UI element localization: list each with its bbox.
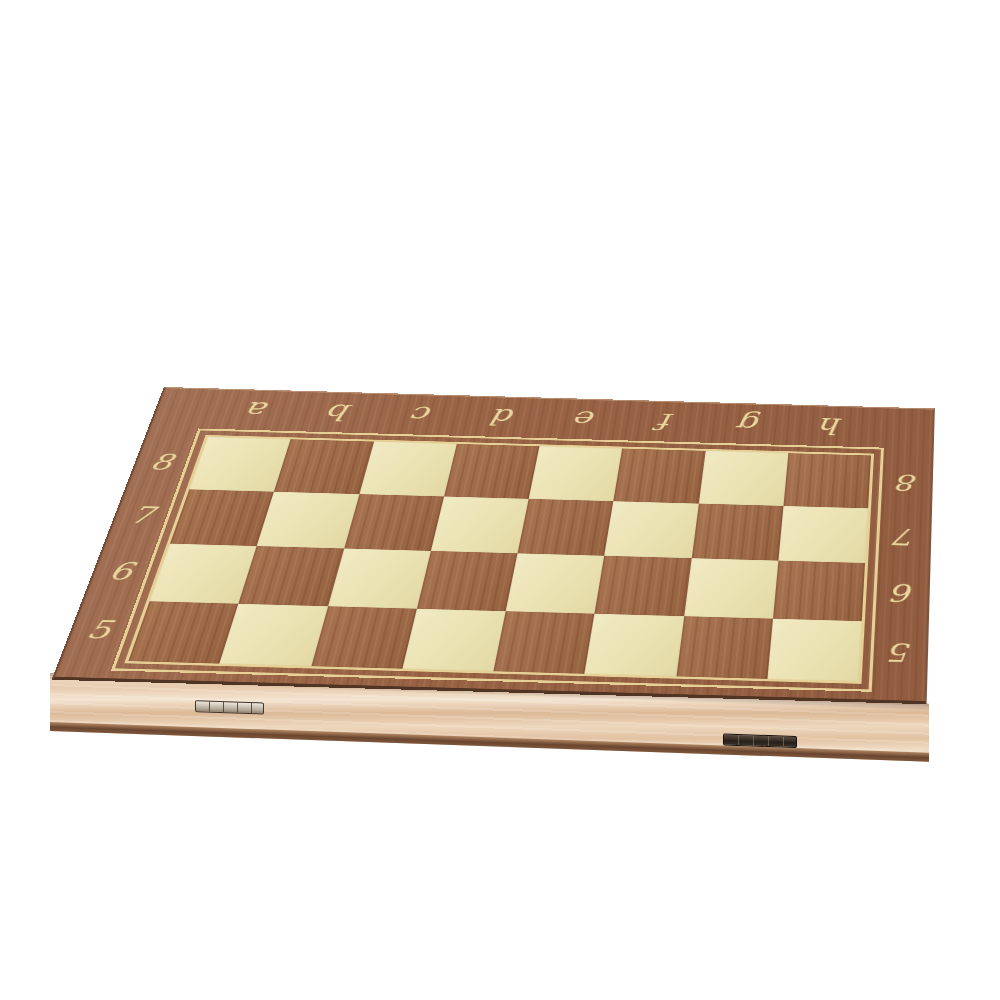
file-label-a: a <box>212 392 305 427</box>
square-f5 <box>585 613 684 676</box>
right-hinge <box>723 734 797 749</box>
file-label-g: g <box>707 406 793 441</box>
file-label-h: h <box>789 408 873 443</box>
file-label-e: e <box>542 401 630 436</box>
board-frame-outer <box>111 428 884 691</box>
square-f7 <box>604 501 698 558</box>
square-b5 <box>220 603 328 666</box>
square-e5 <box>493 611 594 674</box>
product-photo: abcdefgh 8765 8765 <box>0 0 1000 1000</box>
square-g8 <box>698 451 788 506</box>
square-g6 <box>684 558 778 618</box>
square-d8 <box>444 444 540 499</box>
square-b8 <box>274 439 373 494</box>
square-e8 <box>529 446 623 501</box>
board-grid <box>128 437 871 682</box>
square-c8 <box>359 442 456 497</box>
square-h7 <box>778 506 868 563</box>
rank-label-right-5: 5 <box>872 621 931 683</box>
file-label-f: f <box>624 404 711 439</box>
rank-label-right-8: 8 <box>881 456 936 510</box>
chessboard-top-face: abcdefgh 8765 8765 <box>52 387 935 704</box>
square-g5 <box>676 616 773 679</box>
board-frame-inner <box>124 435 874 684</box>
square-b6 <box>239 546 344 606</box>
left-hinge <box>195 700 264 714</box>
square-f8 <box>614 449 706 504</box>
square-d6 <box>417 551 518 611</box>
rank-label-right-7: 7 <box>878 508 934 565</box>
square-c6 <box>328 548 431 608</box>
rank-label-right-6: 6 <box>875 563 932 622</box>
square-e7 <box>518 499 614 556</box>
square-d5 <box>402 608 506 671</box>
square-h8 <box>783 453 871 508</box>
file-label-b: b <box>295 395 387 430</box>
square-e6 <box>506 553 605 613</box>
file-label-d: d <box>459 399 548 434</box>
square-h6 <box>773 561 865 621</box>
square-h5 <box>767 618 862 681</box>
square-f6 <box>595 556 692 616</box>
square-g7 <box>691 503 783 560</box>
square-c7 <box>344 494 444 551</box>
square-c5 <box>311 606 417 669</box>
file-label-c: c <box>377 397 467 432</box>
square-b7 <box>257 491 359 548</box>
square-d7 <box>431 496 529 553</box>
